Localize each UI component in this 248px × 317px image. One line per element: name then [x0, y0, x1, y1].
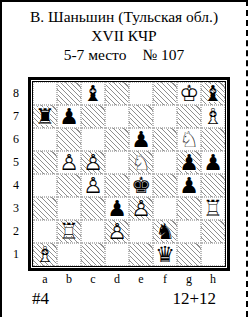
problem-card: В. Шаньшин (Тульская обл.) XVII КЧР 5-7 … — [0, 0, 248, 317]
rank-label-7: 7 — [8, 105, 24, 128]
rank-label-2: 2 — [8, 220, 24, 243]
piece-black-king-e4: ♚ — [129, 174, 153, 197]
piece-white-bishop-a1: ♗ — [33, 243, 57, 266]
problem-footer: #4 12+12 — [2, 286, 246, 309]
author: В. Шаньшин (Тульская обл.) — [2, 7, 246, 26]
piece-white-rook-b2: ♖ — [57, 220, 81, 243]
square-h3: ♖ — [201, 197, 225, 220]
square-e1 — [129, 243, 153, 266]
square-d3: ♟ — [105, 197, 129, 220]
square-d7 — [105, 105, 129, 128]
square-d1 — [105, 243, 129, 266]
square-e4: ♚ — [129, 174, 153, 197]
rank-labels: 87654321 — [8, 77, 24, 266]
square-b2: ♖ — [57, 220, 81, 243]
square-c2 — [81, 220, 105, 243]
square-g3 — [177, 197, 201, 220]
square-g1 — [177, 243, 201, 266]
square-h2 — [201, 220, 225, 243]
board-section: 87654321 ♝♔♝♜♟♗♟♘♙♙♘♟♟♙♚♟♟♙♖♖♙♞♗♛ — [2, 77, 246, 271]
square-c5: ♙ — [81, 151, 105, 174]
square-g4: ♟ — [177, 174, 201, 197]
material-count: 12+12 — [172, 289, 216, 309]
square-a1: ♗ — [33, 243, 57, 266]
rank-label-5: 5 — [8, 151, 24, 174]
piece-black-pawn-g4: ♟ — [177, 174, 201, 197]
piece-white-pawn-c5: ♙ — [81, 151, 105, 174]
piece-white-bishop-h7: ♗ — [201, 105, 225, 128]
piece-white-pawn-c4: ♙ — [81, 174, 105, 197]
square-d6 — [105, 128, 129, 151]
file-label-b: b — [57, 272, 81, 286]
file-label-a: a — [33, 272, 57, 286]
square-h5: ♟ — [201, 151, 225, 174]
file-label-f: f — [153, 272, 177, 286]
square-e6: ♟ — [129, 128, 153, 151]
piece-white-king-g8: ♔ — [177, 82, 201, 105]
square-c8: ♝ — [81, 82, 105, 105]
square-c3 — [81, 197, 105, 220]
square-e2 — [129, 220, 153, 243]
square-f7 — [153, 105, 177, 128]
square-b5: ♙ — [57, 151, 81, 174]
piece-white-pawn-b5: ♙ — [57, 151, 81, 174]
file-labels: abcdefgh — [2, 272, 246, 286]
square-c6 — [81, 128, 105, 151]
square-f4 — [153, 174, 177, 197]
square-h1 — [201, 243, 225, 266]
square-e8 — [129, 82, 153, 105]
square-a2 — [33, 220, 57, 243]
file-label-h: h — [201, 272, 225, 286]
square-f8 — [153, 82, 177, 105]
piece-white-pawn-d2: ♙ — [105, 220, 129, 243]
square-a3 — [33, 197, 57, 220]
square-b7: ♟ — [57, 105, 81, 128]
file-label-c: c — [81, 272, 105, 286]
rank-label-1: 1 — [8, 243, 24, 266]
piece-black-pawn-b7: ♟ — [57, 105, 81, 128]
square-g7 — [177, 105, 201, 128]
square-a4 — [33, 174, 57, 197]
piece-white-rook-h3: ♖ — [201, 197, 225, 220]
square-h7: ♗ — [201, 105, 225, 128]
file-label-e: e — [129, 272, 153, 286]
square-b4 — [57, 174, 81, 197]
piece-black-pawn-d3: ♟ — [105, 197, 129, 220]
problem-header: В. Шаньшин (Тульская обл.) XVII КЧР 5-7 … — [2, 2, 246, 64]
event: XVII КЧР — [2, 26, 246, 45]
piece-black-queen-f1: ♛ — [153, 243, 177, 266]
piece-black-rook-a7: ♜ — [33, 105, 57, 128]
square-d2: ♙ — [105, 220, 129, 243]
square-a5 — [33, 151, 57, 174]
square-g8: ♔ — [177, 82, 201, 105]
square-f1: ♛ — [153, 243, 177, 266]
square-a7: ♜ — [33, 105, 57, 128]
board-frame: ♝♔♝♜♟♗♟♘♙♙♘♟♟♙♚♟♟♙♖♖♙♞♗♛ — [28, 77, 230, 271]
square-g2 — [177, 220, 201, 243]
rank-label-3: 3 — [8, 197, 24, 220]
stipulation: #4 — [32, 289, 49, 309]
square-c4: ♙ — [81, 174, 105, 197]
square-b3 — [57, 197, 81, 220]
square-c7 — [81, 105, 105, 128]
square-a6 — [33, 128, 57, 151]
piece-black-pawn-h5: ♟ — [201, 151, 225, 174]
placement-line: 5-7 место№ 107 — [2, 45, 246, 64]
piece-black-bishop-c8: ♝ — [81, 82, 105, 105]
piece-black-bishop-h8: ♝ — [201, 82, 225, 105]
square-f6 — [153, 128, 177, 151]
piece-white-pawn-e3: ♙ — [129, 197, 153, 220]
rank-label-6: 6 — [8, 128, 24, 151]
square-b1 — [57, 243, 81, 266]
square-c1 — [81, 243, 105, 266]
square-f5 — [153, 151, 177, 174]
rank-label-4: 4 — [8, 174, 24, 197]
placement: 5-7 место — [64, 46, 127, 63]
square-d8 — [105, 82, 129, 105]
square-h8: ♝ — [201, 82, 225, 105]
piece-black-pawn-e6: ♟ — [129, 128, 153, 151]
square-e3: ♙ — [129, 197, 153, 220]
square-b6 — [57, 128, 81, 151]
file-label-d: d — [105, 272, 129, 286]
square-h4 — [201, 174, 225, 197]
chess-board: ♝♔♝♜♟♗♟♘♙♙♘♟♟♙♚♟♟♙♖♖♙♞♗♛ — [33, 82, 225, 266]
board-frame-inner: ♝♔♝♜♟♗♟♘♙♙♘♟♟♙♚♟♟♙♖♖♙♞♗♛ — [32, 81, 226, 267]
problem-number: № 107 — [142, 46, 184, 63]
file-label-g: g — [177, 272, 201, 286]
square-d5 — [105, 151, 129, 174]
rank-label-8: 8 — [8, 82, 24, 105]
